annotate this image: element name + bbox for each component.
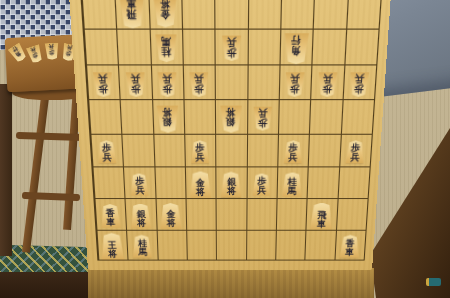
piece-sente-N-37[interactable]: 桂馬 — [281, 172, 304, 196]
board-grid: 香車金将玉将桂馬香車飛車金将桂馬歩兵角行歩兵歩兵歩兵歩兵歩兵歩兵歩兵銀将銀将歩兵… — [78, 0, 385, 261]
piece-gote-S-75[interactable]: 銀将 — [156, 105, 180, 132]
piece-gote-P-94[interactable]: 歩兵 — [92, 72, 114, 97]
piece-sente-S-88[interactable]: 銀将 — [129, 204, 153, 229]
piece-sente-P-47[interactable]: 歩兵 — [252, 173, 272, 195]
captured-piece-B-0[interactable]: 角行 — [7, 42, 29, 64]
piece-sente-P-66[interactable]: 歩兵 — [190, 140, 210, 163]
scene-photo: 角行歩兵歩兵歩兵 香車金将玉将桂馬香車飛車金将桂馬歩兵角行歩兵歩兵歩兵歩兵歩兵歩… — [0, 0, 450, 298]
piece-sente-K-99[interactable]: 王将 — [99, 233, 126, 260]
piece-gote-P-45[interactable]: 歩兵 — [252, 107, 273, 131]
piece-gote-B-33[interactable]: 角行 — [282, 33, 309, 64]
piece-gote-R-82[interactable]: 飛車 — [118, 0, 146, 28]
tea-item — [426, 278, 441, 286]
piece-sente-S-57[interactable]: 銀将 — [220, 172, 243, 197]
piece-gote-S-55[interactable]: 銀将 — [219, 105, 243, 132]
piece-gote-N-73[interactable]: 桂馬 — [154, 35, 178, 63]
board-surface: 香車金将玉将桂馬香車飛車金将桂馬歩兵角行歩兵歩兵歩兵歩兵歩兵歩兵歩兵銀将銀将歩兵… — [65, 0, 394, 270]
piece-sente-G-67[interactable]: 金将 — [188, 171, 212, 198]
piece-sente-P-36[interactable]: 歩兵 — [283, 140, 304, 163]
piece-sente-N-89[interactable]: 桂馬 — [131, 235, 153, 258]
floor-step — [0, 272, 94, 298]
table-leg-left — [0, 84, 12, 256]
captured-piece-P-2[interactable]: 歩兵 — [44, 42, 60, 60]
piece-sente-L-19[interactable]: 香車 — [338, 235, 361, 258]
piece-sente-P-16[interactable]: 歩兵 — [344, 140, 365, 163]
piece-gote-P-53[interactable]: 歩兵 — [221, 36, 242, 61]
piece-sente-P-87[interactable]: 歩兵 — [129, 173, 150, 195]
shogi-board: 香車金将玉将桂馬香車飛車金将桂馬歩兵角行歩兵歩兵歩兵歩兵歩兵歩兵歩兵銀将銀将歩兵… — [65, 0, 394, 270]
piece-gote-P-74[interactable]: 歩兵 — [156, 72, 177, 97]
piece-sente-L-98[interactable]: 香車 — [99, 204, 122, 228]
piece-sente-P-96[interactable]: 歩兵 — [96, 140, 117, 163]
piece-sente-R-28[interactable]: 飛車 — [309, 203, 335, 230]
captured-piece-P-1[interactable]: 歩兵 — [25, 44, 45, 65]
piece-gote-P-14[interactable]: 歩兵 — [348, 72, 370, 97]
piece-sente-G-78[interactable]: 金将 — [159, 203, 183, 229]
piece-gote-P-24[interactable]: 歩兵 — [316, 72, 338, 97]
piece-gote-P-34[interactable]: 歩兵 — [284, 72, 305, 97]
tatami-border — [0, 245, 92, 275]
piece-gote-P-84[interactable]: 歩兵 — [124, 72, 146, 97]
piece-gote-P-64[interactable]: 歩兵 — [189, 72, 210, 97]
piece-gote-G-72[interactable]: 金将 — [152, 0, 179, 27]
